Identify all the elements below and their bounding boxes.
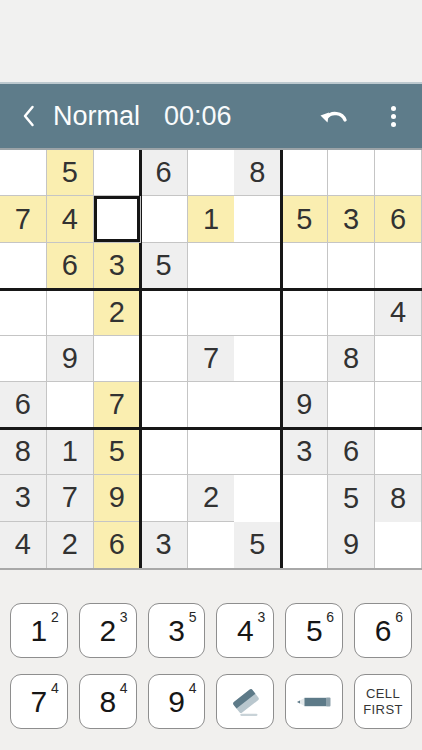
cell-r1c1[interactable]: [0, 150, 47, 196]
app-header: Normal 00:06: [0, 82, 422, 148]
undo-button[interactable]: [318, 103, 351, 129]
key-4[interactable]: 43: [216, 603, 274, 658]
placed-count-badge: 6: [395, 609, 403, 625]
cell-r6c7[interactable]: 9: [281, 382, 328, 428]
cell-r4c9[interactable]: 4: [375, 289, 422, 335]
cell-r5c5[interactable]: 7: [188, 336, 235, 382]
cell-r1c7[interactable]: [281, 150, 328, 196]
kebab-menu-icon[interactable]: [387, 102, 400, 131]
cell-first-button[interactable]: CELLFIRST: [354, 674, 412, 729]
cell-r6c1[interactable]: 6: [0, 382, 47, 428]
cell-r8c2[interactable]: 7: [47, 475, 94, 521]
cell-r6c3[interactable]: 7: [94, 382, 141, 428]
key-3[interactable]: 35: [148, 603, 206, 658]
cell-r3c7[interactable]: [281, 243, 328, 289]
cell-r8c6[interactable]: [234, 475, 281, 521]
cell-r8c5[interactable]: 2: [188, 475, 235, 521]
cell-r1c9[interactable]: [375, 150, 422, 196]
key-5[interactable]: 56: [285, 603, 343, 658]
cell-r9c2[interactable]: 2: [47, 522, 94, 568]
pencil-button[interactable]: [285, 674, 343, 729]
placed-count-badge: 3: [120, 609, 128, 625]
key-digit: 7: [31, 685, 48, 719]
pencil-icon: [294, 691, 335, 713]
cell-r5c3[interactable]: [94, 336, 141, 382]
cell-r2c9[interactable]: 6: [375, 196, 422, 242]
cell-r4c5[interactable]: [188, 289, 235, 335]
key-7[interactable]: 74: [10, 674, 68, 729]
cell-r1c3[interactable]: [94, 150, 141, 196]
key-digit: 1: [31, 614, 48, 648]
cell-r6c6[interactable]: [234, 382, 281, 428]
cell-r2c6[interactable]: [234, 196, 281, 242]
eraser-icon: [227, 684, 264, 720]
cell-r2c5[interactable]: 1: [188, 196, 235, 242]
cell-r7c4[interactable]: [141, 429, 188, 475]
cell-r4c7[interactable]: [281, 289, 328, 335]
cell-r5c8[interactable]: 8: [328, 336, 375, 382]
cell-r5c1[interactable]: [0, 336, 47, 382]
cell-r7c1[interactable]: 8: [0, 429, 47, 475]
page-title: Normal: [53, 101, 140, 132]
undo-icon: [318, 103, 351, 129]
placed-count-badge: 4: [120, 680, 128, 696]
cell-r6c8[interactable]: [328, 382, 375, 428]
key-digit: 2: [99, 614, 116, 648]
back-button[interactable]: [20, 103, 37, 129]
key-8[interactable]: 84: [79, 674, 137, 729]
box-divider-horizontal-1: [0, 288, 422, 291]
cell-r7c6[interactable]: [234, 429, 281, 475]
cell-r1c6[interactable]: 8: [234, 150, 281, 196]
cell-r4c2[interactable]: [47, 289, 94, 335]
cell-r6c4[interactable]: [141, 382, 188, 428]
cell-r4c4[interactable]: [141, 289, 188, 335]
cell-r2c8[interactable]: 3: [328, 196, 375, 242]
key-9[interactable]: 94: [148, 674, 206, 729]
cell-r1c2[interactable]: 5: [47, 150, 94, 196]
cell-r9c3[interactable]: 6: [94, 522, 141, 568]
cell-r3c6[interactable]: [234, 243, 281, 289]
key-digit: 9: [168, 685, 185, 719]
sudoku-grid[interactable]: 5687415366352497867981536379258426359: [0, 148, 422, 570]
key-digit: 5: [306, 614, 323, 648]
cell-r4c1[interactable]: [0, 289, 47, 335]
key-1[interactable]: 12: [10, 603, 68, 658]
timer: 00:06: [164, 101, 232, 132]
placed-count-badge: 4: [51, 680, 59, 696]
cell-r7c9[interactable]: [375, 429, 422, 475]
cell-r2c4[interactable]: [141, 196, 188, 242]
cell-r1c4[interactable]: 6: [141, 150, 188, 196]
cell-r3c2[interactable]: 6: [47, 243, 94, 289]
cell-r9c5[interactable]: [188, 522, 235, 568]
key-6[interactable]: 66: [354, 603, 412, 658]
cell-r9c4[interactable]: 3: [141, 522, 188, 568]
status-bar-area: [0, 0, 422, 82]
placed-count-badge: 3: [258, 609, 266, 625]
cell-r4c3[interactable]: 2: [94, 289, 141, 335]
eraser-button[interactable]: [216, 674, 274, 729]
cell-r3c9[interactable]: [375, 243, 422, 289]
cell-r7c5[interactable]: [188, 429, 235, 475]
cell-r6c9[interactable]: [375, 382, 422, 428]
cell-r9c1[interactable]: 4: [0, 522, 47, 568]
cell-r2c2[interactable]: 4: [47, 196, 94, 242]
box-divider-horizontal-2: [0, 427, 422, 430]
box-divider-vertical-2: [280, 150, 283, 568]
cell-r3c5[interactable]: [188, 243, 235, 289]
cell-r3c3[interactable]: 3: [94, 243, 141, 289]
cell-r7c7[interactable]: 3: [281, 429, 328, 475]
cell-r7c2[interactable]: 1: [47, 429, 94, 475]
key-digit: 4: [237, 614, 254, 648]
cell-r4c8[interactable]: [328, 289, 375, 335]
cell-r8c7[interactable]: [281, 475, 328, 521]
cell-r9c8[interactable]: 9: [328, 522, 375, 568]
cell-r2c1[interactable]: 7: [0, 196, 47, 242]
cell-r2c7[interactable]: 5: [281, 196, 328, 242]
cell-r9c9[interactable]: [375, 522, 422, 568]
cell-r5c4[interactable]: [141, 336, 188, 382]
cell-r3c4[interactable]: 5: [141, 243, 188, 289]
cell-r3c8[interactable]: [328, 243, 375, 289]
cell-r5c9[interactable]: [375, 336, 422, 382]
keypad: 122335435666748494CELLFIRST: [0, 570, 422, 729]
cell-r2c3[interactable]: [94, 196, 141, 242]
key-2[interactable]: 23: [79, 603, 137, 658]
cell-r9c6[interactable]: 5: [234, 522, 281, 568]
cell-r8c3[interactable]: 9: [94, 475, 141, 521]
cell-r8c1[interactable]: 3: [0, 475, 47, 521]
cell-r7c3[interactable]: 5: [94, 429, 141, 475]
cell-r3c1[interactable]: [0, 243, 47, 289]
cell-r5c7[interactable]: [281, 336, 328, 382]
placed-count-badge: 2: [51, 609, 59, 625]
cell-r1c5[interactable]: [188, 150, 235, 196]
cell-r6c5[interactable]: [188, 382, 235, 428]
cell-r6c2[interactable]: [47, 382, 94, 428]
cell-r8c4[interactable]: [141, 475, 188, 521]
cell-r7c8[interactable]: 6: [328, 429, 375, 475]
cell-r8c8[interactable]: 5: [328, 475, 375, 521]
key-digit: 8: [99, 685, 116, 719]
cell-r4c6[interactable]: [234, 289, 281, 335]
cell-r8c9[interactable]: 8: [375, 475, 422, 521]
placed-count-badge: 6: [326, 609, 334, 625]
keypad-row-2: 748494CELLFIRST: [10, 674, 412, 729]
key-digit: 3: [168, 614, 185, 648]
cell-r5c6[interactable]: [234, 336, 281, 382]
key-digit: 6: [375, 614, 392, 648]
placed-count-badge: 5: [189, 609, 197, 625]
keypad-row-1: 122335435666: [10, 603, 412, 658]
cell-r9c7[interactable]: [281, 522, 328, 568]
cell-r1c8[interactable]: [328, 150, 375, 196]
chevron-left-icon: [20, 103, 37, 129]
placed-count-badge: 4: [189, 680, 197, 696]
cell-r5c2[interactable]: 9: [47, 336, 94, 382]
cell-first-label: CELLFIRST: [363, 686, 403, 718]
